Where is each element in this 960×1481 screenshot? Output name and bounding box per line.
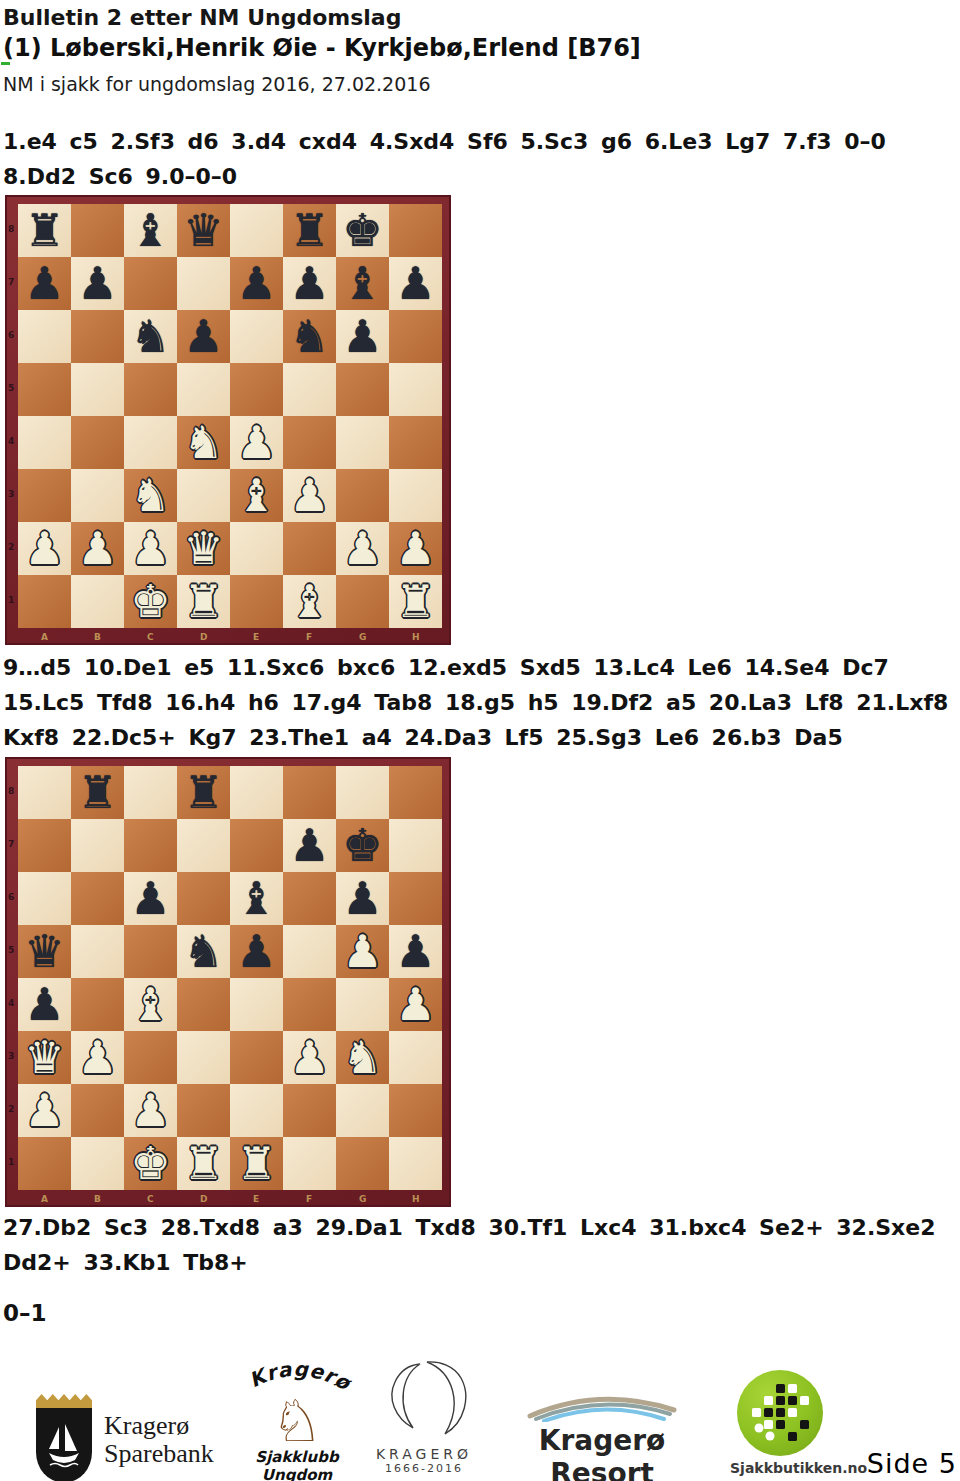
square-a3 [18, 469, 71, 522]
square-e2 [230, 522, 283, 575]
square-e5 [230, 363, 283, 416]
black-pawn: ♟ [283, 819, 336, 872]
square-c2: ♟ [124, 522, 177, 575]
file-label-d: D [200, 1194, 207, 1204]
square-h8 [389, 766, 442, 819]
black-pawn: ♟ [389, 925, 442, 978]
spellcheck-underline-mark [1, 62, 10, 65]
square-c5 [124, 925, 177, 978]
square-f3: ♟ [283, 1031, 336, 1084]
square-d6 [177, 872, 230, 925]
sparebank-text-line2: Sparebank [104, 1440, 214, 1468]
square-f7: ♟ [283, 257, 336, 310]
black-pawn: ♟ [18, 257, 71, 310]
square-g8: ♚ [336, 204, 389, 257]
white-queen: ♛ [177, 522, 230, 575]
swoosh-icon [522, 1394, 682, 1422]
sjakkbutikken-label: Sjakkbutikken.no [730, 1460, 830, 1476]
square-e7 [230, 819, 283, 872]
rank-label-4: 4 [8, 998, 16, 1008]
square-f1: ♝ [283, 575, 336, 628]
square-f8 [283, 766, 336, 819]
square-f1 [283, 1137, 336, 1190]
square-a5: ♛ [18, 925, 71, 978]
square-f7: ♟ [283, 819, 336, 872]
square-a1 [18, 1137, 71, 1190]
square-g1 [336, 575, 389, 628]
square-c5 [124, 363, 177, 416]
white-pawn: ♟ [124, 522, 177, 575]
rank-label-5: 5 [8, 945, 16, 955]
black-rook: ♜ [283, 204, 336, 257]
black-rook: ♜ [177, 766, 230, 819]
square-a2: ♟ [18, 522, 71, 575]
square-d6: ♟ [177, 310, 230, 363]
black-queen: ♛ [18, 925, 71, 978]
rank-label-3: 3 [8, 489, 16, 499]
rank-label-5: 5 [8, 383, 16, 393]
square-d8: ♛ [177, 204, 230, 257]
square-a4 [18, 416, 71, 469]
square-a1 [18, 575, 71, 628]
square-f3: ♟ [283, 469, 336, 522]
kragero-1666-2016-logo: KRAGERØ 1666-2016 [368, 1360, 480, 1475]
square-b2: ♟ [71, 522, 124, 575]
white-pawn: ♟ [283, 1031, 336, 1084]
rank-label-2: 2 [8, 1104, 16, 1114]
square-d7 [177, 819, 230, 872]
white-knight: ♞ [177, 416, 230, 469]
square-h2: ♟ [389, 522, 442, 575]
rank-label-4: 4 [8, 436, 16, 446]
square-c4: ♝ [124, 978, 177, 1031]
square-g4 [336, 416, 389, 469]
black-pawn: ♟ [71, 257, 124, 310]
white-pawn: ♟ [71, 522, 124, 575]
square-g7: ♚ [336, 819, 389, 872]
white-knight: ♞ [336, 1031, 389, 1084]
file-label-g: G [359, 632, 366, 642]
white-king: ♚ [124, 575, 177, 628]
sparebank-shield-icon [36, 1394, 92, 1481]
black-knight: ♞ [124, 310, 177, 363]
file-label-f: F [306, 1194, 312, 1204]
kragero-sparebank-logo: Kragerø Sparebank [36, 1394, 214, 1481]
square-b3: ♟ [71, 1031, 124, 1084]
white-rook: ♜ [389, 575, 442, 628]
square-g6: ♟ [336, 310, 389, 363]
square-b1 [71, 575, 124, 628]
white-rook: ♜ [177, 1137, 230, 1190]
white-king: ♚ [124, 1137, 177, 1190]
square-h4 [389, 416, 442, 469]
square-f5 [283, 925, 336, 978]
square-e8 [230, 766, 283, 819]
square-f8: ♜ [283, 204, 336, 257]
square-b7 [71, 819, 124, 872]
square-f6: ♞ [283, 310, 336, 363]
square-e3 [230, 1031, 283, 1084]
square-a7 [18, 819, 71, 872]
square-c6: ♞ [124, 310, 177, 363]
square-h6 [389, 310, 442, 363]
square-e4: ♟ [230, 416, 283, 469]
kragero-city-years: 1666-2016 [368, 1462, 480, 1475]
square-b6 [71, 872, 124, 925]
horse-head-icon: ♘ [238, 1392, 356, 1450]
square-e3: ♝ [230, 469, 283, 522]
black-pawn: ♟ [230, 257, 283, 310]
file-label-a: A [41, 1194, 48, 1204]
square-f6 [283, 872, 336, 925]
square-e4 [230, 978, 283, 1031]
square-d1: ♜ [177, 575, 230, 628]
sponsor-footer: Kragerø Sparebank Kragerø ♘ Sjakklubb Un… [0, 1356, 960, 1481]
black-knight: ♞ [283, 310, 336, 363]
square-d3 [177, 1031, 230, 1084]
black-pawn: ♟ [177, 310, 230, 363]
square-g6: ♟ [336, 872, 389, 925]
square-f4 [283, 416, 336, 469]
white-pawn: ♟ [124, 1084, 177, 1137]
square-g3 [336, 469, 389, 522]
white-pawn: ♟ [336, 925, 389, 978]
white-pawn: ♟ [336, 522, 389, 575]
square-g2 [336, 1084, 389, 1137]
square-g3: ♞ [336, 1031, 389, 1084]
black-rook: ♜ [71, 766, 124, 819]
file-label-h: H [412, 632, 420, 642]
chess-board-diagram-2: ♜♜♟♚♟♝♟♛♞♟♟♟♟♝♟♛♟♟♞♟♟♚♜♜87654321ABCDEFGH [5, 757, 451, 1207]
square-c7 [124, 819, 177, 872]
square-b5 [71, 363, 124, 416]
square-e6 [230, 310, 283, 363]
file-label-e: E [253, 632, 259, 642]
sjakklubb-ungdom-label: Sjakklubb Ungdom [238, 1448, 356, 1481]
square-g7: ♝ [336, 257, 389, 310]
board-squares: ♜♜♟♚♟♝♟♛♞♟♟♟♟♝♟♛♟♟♞♟♟♚♜♜ [18, 766, 442, 1190]
black-pawn: ♟ [18, 978, 71, 1031]
black-king: ♚ [336, 204, 389, 257]
square-b2 [71, 1084, 124, 1137]
opening-moves-text: 1.e4 c5 2.Sf3 d6 3.d4 cxd4 4.Sxd4 Sf6 5.… [3, 124, 959, 194]
square-d4: ♞ [177, 416, 230, 469]
square-c7 [124, 257, 177, 310]
square-b8: ♜ [71, 766, 124, 819]
bulletin-title: Bulletin 2 etter NM Ungdomslag [3, 5, 401, 30]
square-e5: ♟ [230, 925, 283, 978]
square-g4 [336, 978, 389, 1031]
rank-label-7: 7 [8, 277, 16, 287]
game-title: (1) Løberski,Henrik Øie - Kyrkjebø,Erlen… [3, 34, 641, 62]
square-d4 [177, 978, 230, 1031]
square-g2: ♟ [336, 522, 389, 575]
square-d7 [177, 257, 230, 310]
sjakkbutikken-logo: Sjakkbutikken.no [730, 1370, 830, 1476]
square-h6 [389, 872, 442, 925]
file-label-c: C [147, 1194, 154, 1204]
square-f2 [283, 522, 336, 575]
square-c4 [124, 416, 177, 469]
square-d8: ♜ [177, 766, 230, 819]
square-h7: ♟ [389, 257, 442, 310]
square-a8: ♜ [18, 204, 71, 257]
square-a2: ♟ [18, 1084, 71, 1137]
square-d2: ♛ [177, 522, 230, 575]
rank-label-1: 1 [8, 1157, 16, 1167]
middle-moves-text: 9…d5 10.De1 e5 11.Sxc6 bxc6 12.exd5 Sxd5… [3, 650, 959, 755]
kragero-resort-logo: Kragerø Resort Golf, spa & unike oppleve… [500, 1394, 704, 1481]
rank-label-1: 1 [8, 595, 16, 605]
square-e7: ♟ [230, 257, 283, 310]
square-h5: ♟ [389, 925, 442, 978]
white-bishop: ♝ [283, 575, 336, 628]
chess-board-diagram-1: ♜♝♛♜♚♟♟♟♟♝♟♞♟♞♟♞♟♞♝♟♟♟♟♛♟♟♚♜♝♜87654321AB… [5, 195, 451, 645]
black-knight: ♞ [177, 925, 230, 978]
black-pawn: ♟ [336, 310, 389, 363]
crescent-moons-icon [379, 1360, 469, 1440]
square-b6 [71, 310, 124, 363]
white-pawn: ♟ [283, 469, 336, 522]
rank-label-2: 2 [8, 542, 16, 552]
square-b8 [71, 204, 124, 257]
square-h3 [389, 469, 442, 522]
rank-label-8: 8 [8, 786, 16, 796]
square-a5 [18, 363, 71, 416]
square-h1 [389, 1137, 442, 1190]
black-pawn: ♟ [283, 257, 336, 310]
white-rook: ♜ [177, 575, 230, 628]
rank-label-7: 7 [8, 839, 16, 849]
square-h4: ♟ [389, 978, 442, 1031]
square-d5 [177, 363, 230, 416]
white-pawn: ♟ [389, 522, 442, 575]
black-pawn: ♟ [389, 257, 442, 310]
file-label-g: G [359, 1194, 366, 1204]
square-h5 [389, 363, 442, 416]
file-label-h: H [412, 1194, 420, 1204]
square-h8 [389, 204, 442, 257]
square-c2: ♟ [124, 1084, 177, 1137]
square-d1: ♜ [177, 1137, 230, 1190]
page-number: Side 5 [867, 1448, 957, 1479]
square-c3: ♞ [124, 469, 177, 522]
square-a6 [18, 872, 71, 925]
square-d2 [177, 1084, 230, 1137]
black-rook: ♜ [18, 204, 71, 257]
square-f2 [283, 1084, 336, 1137]
file-label-a: A [41, 632, 48, 642]
black-pawn: ♟ [124, 872, 177, 925]
square-h1: ♜ [389, 575, 442, 628]
square-b3 [71, 469, 124, 522]
square-a3: ♛ [18, 1031, 71, 1084]
square-b4 [71, 978, 124, 1031]
ship-icon [44, 1421, 84, 1469]
file-label-c: C [147, 632, 154, 642]
rank-label-8: 8 [8, 224, 16, 234]
square-c8 [124, 766, 177, 819]
square-e8 [230, 204, 283, 257]
kragero-city-title: KRAGERØ [368, 1446, 480, 1462]
square-d3 [177, 469, 230, 522]
square-c1: ♚ [124, 1137, 177, 1190]
white-bishop: ♝ [230, 469, 283, 522]
square-g1 [336, 1137, 389, 1190]
square-g5: ♟ [336, 925, 389, 978]
white-pawn: ♟ [71, 1031, 124, 1084]
white-bishop: ♝ [124, 978, 177, 1031]
square-a6 [18, 310, 71, 363]
square-b5 [71, 925, 124, 978]
white-pawn: ♟ [230, 416, 283, 469]
square-g5 [336, 363, 389, 416]
square-b4 [71, 416, 124, 469]
sparebank-text-line1: Kragerø [104, 1412, 214, 1440]
square-h3 [389, 1031, 442, 1084]
square-h2 [389, 1084, 442, 1137]
file-label-f: F [306, 632, 312, 642]
board-squares: ♜♝♛♜♚♟♟♟♟♝♟♞♟♞♟♞♟♞♝♟♟♟♟♛♟♟♚♜♝♜ [18, 204, 442, 628]
white-pawn: ♟ [18, 522, 71, 575]
white-queen: ♛ [18, 1031, 71, 1084]
rank-label-6: 6 [8, 330, 16, 340]
square-f4 [283, 978, 336, 1031]
square-d5: ♞ [177, 925, 230, 978]
square-c1: ♚ [124, 575, 177, 628]
square-e1: ♜ [230, 1137, 283, 1190]
square-e2 [230, 1084, 283, 1137]
resort-title: Kragerø Resort [500, 1424, 704, 1481]
square-c6: ♟ [124, 872, 177, 925]
square-g8 [336, 766, 389, 819]
square-a8 [18, 766, 71, 819]
black-pawn: ♟ [230, 925, 283, 978]
event-line: NM i sjakk for ungdomslag 2016, 27.02.20… [3, 73, 430, 95]
kragero-sjakklubb-logo: Kragerø ♘ Sjakklubb Ungdom [238, 1362, 356, 1481]
black-bishop: ♝ [230, 872, 283, 925]
square-c8: ♝ [124, 204, 177, 257]
end-moves-text: 27.Db2 Sc3 28.Txd8 a3 29.Da1 Txd8 30.Tf1… [3, 1210, 959, 1280]
square-c3 [124, 1031, 177, 1084]
square-b1 [71, 1137, 124, 1190]
square-a7: ♟ [18, 257, 71, 310]
square-e6: ♝ [230, 872, 283, 925]
file-label-b: B [94, 1194, 101, 1204]
black-queen: ♛ [177, 204, 230, 257]
white-pawn: ♟ [389, 978, 442, 1031]
game-result: 0–1 [3, 1300, 47, 1326]
file-label-b: B [94, 632, 101, 642]
white-rook: ♜ [230, 1137, 283, 1190]
square-e1 [230, 575, 283, 628]
square-h7 [389, 819, 442, 872]
crown-icon [36, 1394, 92, 1408]
pixel-knight-icon [749, 1382, 811, 1444]
square-a4: ♟ [18, 978, 71, 1031]
green-circle-icon [737, 1370, 823, 1456]
white-knight: ♞ [124, 469, 177, 522]
square-f5 [283, 363, 336, 416]
file-label-d: D [200, 632, 207, 642]
black-king: ♚ [336, 819, 389, 872]
square-b7: ♟ [71, 257, 124, 310]
white-pawn: ♟ [18, 1084, 71, 1137]
black-pawn: ♟ [336, 872, 389, 925]
file-label-e: E [253, 1194, 259, 1204]
rank-label-6: 6 [8, 892, 16, 902]
black-bishop: ♝ [336, 257, 389, 310]
rank-label-3: 3 [8, 1051, 16, 1061]
black-bishop: ♝ [124, 204, 177, 257]
